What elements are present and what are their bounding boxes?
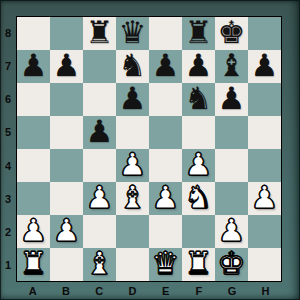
- square-f6: ♞: [182, 83, 215, 116]
- file-label-e: E: [149, 283, 182, 298]
- piece-white-bishop-d3: ♝: [119, 182, 147, 213]
- square-a7: ♟: [17, 50, 50, 83]
- square-f5: [182, 116, 215, 149]
- piece-white-pawn-h3: ♟: [251, 182, 279, 213]
- square-g5: [215, 116, 248, 149]
- piece-white-pawn-e3: ♟: [152, 182, 180, 213]
- square-e4: [149, 149, 182, 182]
- piece-white-rook-a1: ♜: [20, 248, 48, 279]
- rank-labels: 87654321: [0, 16, 16, 282]
- square-h8: [248, 17, 281, 50]
- square-d6: ♟: [116, 83, 149, 116]
- square-f7: ♟: [182, 50, 215, 83]
- square-d5: [116, 116, 149, 149]
- square-g7: ♝: [215, 50, 248, 83]
- rank-label-5: 5: [0, 116, 16, 149]
- file-label-g: G: [216, 283, 249, 298]
- rank-label-2: 2: [0, 216, 16, 249]
- piece-white-king-g1: ♚: [218, 248, 246, 279]
- square-a1: ♜: [17, 248, 50, 281]
- square-e1: ♛: [149, 248, 182, 281]
- square-c7: [83, 50, 116, 83]
- square-f8: ♜: [182, 17, 215, 50]
- piece-black-pawn-e7: ♟: [152, 50, 180, 81]
- piece-black-pawn-c5: ♟: [86, 116, 114, 147]
- rank-label-8: 8: [0, 16, 16, 49]
- square-a6: [17, 83, 50, 116]
- square-a8: [17, 17, 50, 50]
- square-a5: [17, 116, 50, 149]
- file-label-b: B: [49, 283, 82, 298]
- square-a4: [17, 149, 50, 182]
- square-f4: ♟: [182, 149, 215, 182]
- file-labels: ABCDEFGH: [16, 283, 282, 298]
- file-label-d: D: [116, 283, 149, 298]
- rank-label-1: 1: [0, 249, 16, 282]
- square-a2: ♟: [17, 215, 50, 248]
- piece-black-pawn-f7: ♟: [185, 50, 213, 81]
- square-d8: ♛: [116, 17, 149, 50]
- square-h6: [248, 83, 281, 116]
- piece-white-pawn-f4: ♟: [185, 149, 213, 180]
- square-c5: ♟: [83, 116, 116, 149]
- piece-black-pawn-h7: ♟: [251, 50, 279, 81]
- square-e8: [149, 17, 182, 50]
- piece-black-bishop-g7: ♝: [218, 50, 246, 81]
- square-c1: ♝: [83, 248, 116, 281]
- piece-black-knight-f6: ♞: [185, 83, 213, 114]
- file-label-f: F: [182, 283, 215, 298]
- square-b2: ♟: [50, 215, 83, 248]
- piece-black-pawn-g6: ♟: [218, 83, 246, 114]
- square-h3: ♟: [248, 182, 281, 215]
- square-c2: [83, 215, 116, 248]
- piece-white-bishop-c1: ♝: [86, 248, 114, 279]
- square-h4: [248, 149, 281, 182]
- piece-white-pawn-c3: ♟: [86, 182, 114, 213]
- piece-white-pawn-g2: ♟: [218, 215, 246, 246]
- piece-black-queen-d8: ♛: [119, 17, 147, 48]
- piece-black-rook-f8: ♜: [185, 17, 213, 48]
- square-c3: ♟: [83, 182, 116, 215]
- square-g8: ♚: [215, 17, 248, 50]
- square-c4: [83, 149, 116, 182]
- square-g2: ♟: [215, 215, 248, 248]
- square-e5: [149, 116, 182, 149]
- square-f1: ♜: [182, 248, 215, 281]
- piece-white-pawn-b2: ♟: [53, 215, 81, 246]
- square-g4: [215, 149, 248, 182]
- square-b3: [50, 182, 83, 215]
- file-label-c: C: [83, 283, 116, 298]
- piece-black-king-g8: ♚: [218, 17, 246, 48]
- file-label-a: A: [16, 283, 49, 298]
- square-h5: [248, 116, 281, 149]
- chess-diagram: 87654321 ♜♛♜♚♟♟♞♟♟♝♟♟♞♟♟♟♟♟♝♟♞♟♟♟♟♜♝♛♜♚ …: [0, 0, 300, 300]
- square-a3: [17, 182, 50, 215]
- square-d4: ♟: [116, 149, 149, 182]
- piece-white-rook-f1: ♜: [185, 248, 213, 279]
- rank-label-7: 7: [0, 49, 16, 82]
- chess-board: ♜♛♜♚♟♟♞♟♟♝♟♟♞♟♟♟♟♟♝♟♞♟♟♟♟♜♝♛♜♚: [16, 16, 282, 282]
- square-d1: [116, 248, 149, 281]
- rank-label-3: 3: [0, 182, 16, 215]
- piece-white-queen-e1: ♛: [152, 248, 180, 279]
- square-h7: ♟: [248, 50, 281, 83]
- piece-white-knight-f3: ♞: [185, 182, 213, 213]
- piece-black-rook-c8: ♜: [86, 17, 114, 48]
- piece-white-pawn-d4: ♟: [119, 149, 147, 180]
- square-c6: [83, 83, 116, 116]
- square-e6: [149, 83, 182, 116]
- square-b4: [50, 149, 83, 182]
- square-g3: [215, 182, 248, 215]
- rank-label-6: 6: [0, 83, 16, 116]
- square-f3: ♞: [182, 182, 215, 215]
- square-f2: [182, 215, 215, 248]
- piece-black-pawn-a7: ♟: [20, 50, 48, 81]
- square-h1: [248, 248, 281, 281]
- piece-black-pawn-b7: ♟: [53, 50, 81, 81]
- piece-white-pawn-a2: ♟: [20, 215, 48, 246]
- square-d7: ♞: [116, 50, 149, 83]
- square-c8: ♜: [83, 17, 116, 50]
- rank-label-4: 4: [0, 149, 16, 182]
- piece-black-pawn-d6: ♟: [119, 83, 147, 114]
- square-e3: ♟: [149, 182, 182, 215]
- square-h2: [248, 215, 281, 248]
- square-g6: ♟: [215, 83, 248, 116]
- square-b6: [50, 83, 83, 116]
- square-e2: [149, 215, 182, 248]
- square-b5: [50, 116, 83, 149]
- square-g1: ♚: [215, 248, 248, 281]
- square-b7: ♟: [50, 50, 83, 83]
- piece-black-knight-d7: ♞: [119, 50, 147, 81]
- square-b8: [50, 17, 83, 50]
- square-e7: ♟: [149, 50, 182, 83]
- square-d2: [116, 215, 149, 248]
- square-d3: ♝: [116, 182, 149, 215]
- square-b1: [50, 248, 83, 281]
- file-label-h: H: [249, 283, 282, 298]
